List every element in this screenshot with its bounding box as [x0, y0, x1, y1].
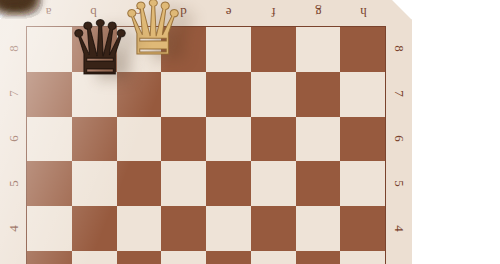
square-h3 [340, 251, 385, 264]
square-f8 [251, 27, 296, 72]
square-g5 [296, 161, 341, 206]
square-a4 [27, 206, 72, 251]
square-g8 [296, 27, 341, 72]
square-b4 [72, 206, 117, 251]
square-d6 [161, 117, 206, 162]
square-h4 [340, 206, 385, 251]
square-f4 [251, 206, 296, 251]
square-c4 [117, 206, 162, 251]
square-d3 [161, 251, 206, 264]
square-e7 [206, 72, 251, 117]
square-g7 [296, 72, 341, 117]
spare-dark-queen: ♛ [67, 12, 134, 87]
square-e3 [206, 251, 251, 264]
file-label-g: g [296, 0, 341, 26]
square-f7 [251, 72, 296, 117]
square-f3 [251, 251, 296, 264]
file-label-f: f [251, 0, 296, 26]
square-d5 [161, 161, 206, 206]
square-c5 [117, 161, 162, 206]
square-a6 [27, 117, 72, 162]
square-g6 [296, 117, 341, 162]
square-e6 [206, 117, 251, 162]
square-e5 [206, 161, 251, 206]
square-f6 [251, 117, 296, 162]
square-h6 [340, 117, 385, 162]
square-b3 [72, 251, 117, 264]
square-f5 [251, 161, 296, 206]
square-a7 [27, 72, 72, 117]
square-g3 [296, 251, 341, 264]
square-e8 [206, 27, 251, 72]
square-d4 [161, 206, 206, 251]
chess-board-mat: abcdefgh abcdefgh 87654321 87654321 [0, 0, 412, 264]
square-g4 [296, 206, 341, 251]
square-e4 [206, 206, 251, 251]
chess-set-product-photo: abcdefgh abcdefgh 87654321 87654321 ♜♞♝♚… [0, 0, 500, 264]
square-b5 [72, 161, 117, 206]
square-c6 [117, 117, 162, 162]
square-d7 [161, 72, 206, 117]
square-b6 [72, 117, 117, 162]
file-label-e: e [206, 0, 251, 26]
file-label-h: h [341, 0, 386, 26]
square-a8 [27, 27, 72, 72]
square-h7 [340, 72, 385, 117]
square-a3 [27, 251, 72, 264]
square-c3 [117, 251, 162, 264]
square-h8 [340, 27, 385, 72]
rank-labels-left-edge: 87654321 [0, 26, 26, 264]
square-h5 [340, 161, 385, 206]
h1-dark-rook: ♜ [0, 0, 29, 8]
rank-labels-right-edge: 87654321 [386, 26, 412, 264]
square-a5 [27, 161, 72, 206]
